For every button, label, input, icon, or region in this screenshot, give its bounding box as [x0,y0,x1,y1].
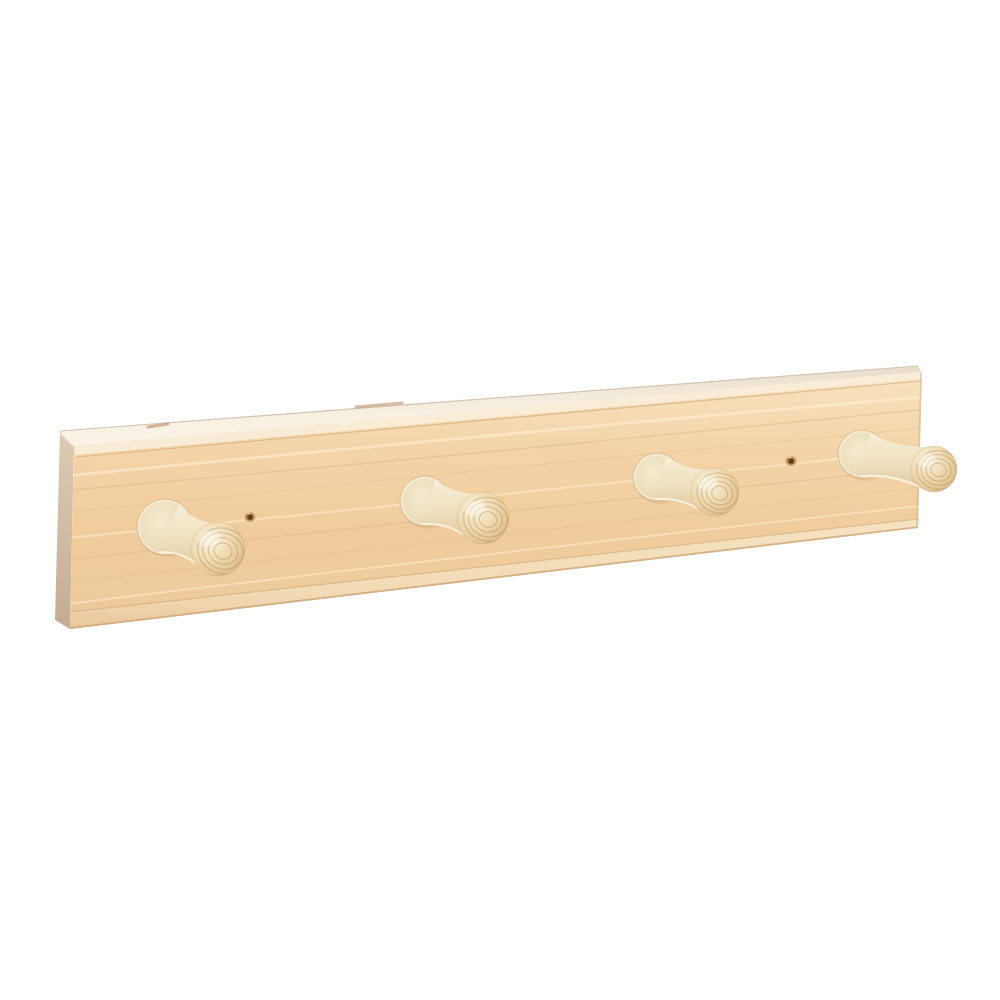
screw-hole-bore [789,459,793,463]
screw-hole-highlight [247,513,251,515]
screw-hole-highlight [788,457,792,459]
screw-hole-2 [786,456,797,466]
peg-rack-scene [0,0,1000,1000]
screw-hole-bore [248,515,252,519]
peg-rack-product-photo [0,0,1000,1000]
screw-hole-1 [245,512,256,522]
